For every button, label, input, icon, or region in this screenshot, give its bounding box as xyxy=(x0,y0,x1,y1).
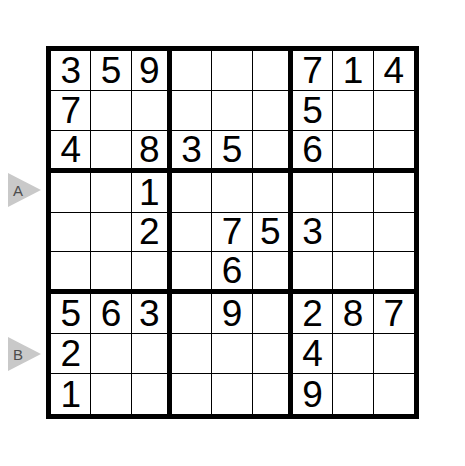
cell-r8c8[interactable] xyxy=(333,334,373,374)
cell-r5c2[interactable] xyxy=(91,213,131,253)
cell-r5c7[interactable]: 3 xyxy=(293,213,333,253)
cell-r1c7[interactable]: 7 xyxy=(293,51,333,91)
cell-r9c2[interactable] xyxy=(91,374,131,414)
cell-r6c6[interactable] xyxy=(253,252,293,294)
cell-r4c1[interactable] xyxy=(51,173,91,213)
cell-r8c4[interactable] xyxy=(172,334,212,374)
cell-r1c4[interactable] xyxy=(172,51,212,91)
cell-r4c2[interactable] xyxy=(91,173,131,213)
cell-r7c6[interactable] xyxy=(253,294,293,334)
cell-r5c3[interactable]: 2 xyxy=(132,213,172,253)
cell-r9c7[interactable]: 9 xyxy=(293,374,333,414)
cell-r5c9[interactable] xyxy=(374,213,414,253)
cell-r2c3[interactable] xyxy=(132,91,172,131)
cell-r2c4[interactable] xyxy=(172,91,212,131)
cell-r8c9[interactable] xyxy=(374,334,414,374)
cell-r8c5[interactable] xyxy=(212,334,252,374)
row-marker-a-label: A xyxy=(13,182,23,199)
cell-r9c3[interactable] xyxy=(132,374,172,414)
cell-r8c2[interactable] xyxy=(91,334,131,374)
cell-r9c9[interactable] xyxy=(374,374,414,414)
cell-r3c6[interactable] xyxy=(253,131,293,173)
cell-r2c9[interactable] xyxy=(374,91,414,131)
cell-r9c8[interactable] xyxy=(333,374,373,414)
cell-r4c5[interactable] xyxy=(212,173,252,213)
cell-r7c2[interactable]: 6 xyxy=(91,294,131,334)
cell-r3c1[interactable]: 4 xyxy=(51,131,91,173)
row-marker-a: A xyxy=(8,173,41,207)
cell-r7c8[interactable]: 8 xyxy=(333,294,373,334)
cell-r3c2[interactable] xyxy=(91,131,131,173)
cell-r1c6[interactable] xyxy=(253,51,293,91)
cell-r8c3[interactable] xyxy=(132,334,172,374)
cell-r2c6[interactable] xyxy=(253,91,293,131)
cell-r1c8[interactable]: 1 xyxy=(333,51,373,91)
cell-r6c9[interactable] xyxy=(374,252,414,294)
cell-r4c9[interactable] xyxy=(374,173,414,213)
cell-r6c7[interactable] xyxy=(293,252,333,294)
cell-r5c6[interactable]: 5 xyxy=(253,213,293,253)
cell-r6c8[interactable] xyxy=(333,252,373,294)
cell-r9c1[interactable]: 1 xyxy=(51,374,91,414)
cell-r3c8[interactable] xyxy=(333,131,373,173)
cell-r8c6[interactable] xyxy=(253,334,293,374)
cell-r2c7[interactable]: 5 xyxy=(293,91,333,131)
cell-r5c1[interactable] xyxy=(51,213,91,253)
cell-r2c5[interactable] xyxy=(212,91,252,131)
cell-r3c9[interactable] xyxy=(374,131,414,173)
cell-r1c3[interactable]: 9 xyxy=(132,51,172,91)
cell-r4c6[interactable] xyxy=(253,173,293,213)
cell-r6c2[interactable] xyxy=(91,252,131,294)
cell-r2c2[interactable] xyxy=(91,91,131,131)
puzzle-canvas: A B 359714754835612753656392872419 xyxy=(0,0,465,466)
cell-r9c5[interactable] xyxy=(212,374,252,414)
cell-r3c4[interactable]: 3 xyxy=(172,131,212,173)
cell-r3c7[interactable]: 6 xyxy=(293,131,333,173)
cell-r1c2[interactable]: 5 xyxy=(91,51,131,91)
cell-r6c3[interactable] xyxy=(132,252,172,294)
cell-r1c5[interactable] xyxy=(212,51,252,91)
cell-r9c6[interactable] xyxy=(253,374,293,414)
cell-r4c7[interactable] xyxy=(293,173,333,213)
cell-r8c7[interactable]: 4 xyxy=(293,334,333,374)
cell-r2c1[interactable]: 7 xyxy=(51,91,91,131)
cell-r7c3[interactable]: 3 xyxy=(132,294,172,334)
cell-r7c7[interactable]: 2 xyxy=(293,294,333,334)
cell-r7c9[interactable]: 7 xyxy=(374,294,414,334)
cell-r7c1[interactable]: 5 xyxy=(51,294,91,334)
cell-r6c1[interactable] xyxy=(51,252,91,294)
sudoku-board: 359714754835612753656392872419 xyxy=(46,46,419,419)
cell-r7c5[interactable]: 9 xyxy=(212,294,252,334)
cell-r7c4[interactable] xyxy=(172,294,212,334)
cell-r3c5[interactable]: 5 xyxy=(212,131,252,173)
cell-r8c1[interactable]: 2 xyxy=(51,334,91,374)
row-marker-b-label: B xyxy=(13,346,23,363)
cell-r5c4[interactable] xyxy=(172,213,212,253)
cell-r2c8[interactable] xyxy=(333,91,373,131)
cell-r9c4[interactable] xyxy=(172,374,212,414)
cell-r4c3[interactable]: 1 xyxy=(132,173,172,213)
cell-r5c5[interactable]: 7 xyxy=(212,213,252,253)
cell-r4c8[interactable] xyxy=(333,173,373,213)
row-marker-b: B xyxy=(8,337,41,371)
cell-r4c4[interactable] xyxy=(172,173,212,213)
cell-r1c9[interactable]: 4 xyxy=(374,51,414,91)
cell-r6c4[interactable] xyxy=(172,252,212,294)
cell-r5c8[interactable] xyxy=(333,213,373,253)
cell-r6c5[interactable]: 6 xyxy=(212,252,252,294)
cell-r3c3[interactable]: 8 xyxy=(132,131,172,173)
cell-r1c1[interactable]: 3 xyxy=(51,51,91,91)
